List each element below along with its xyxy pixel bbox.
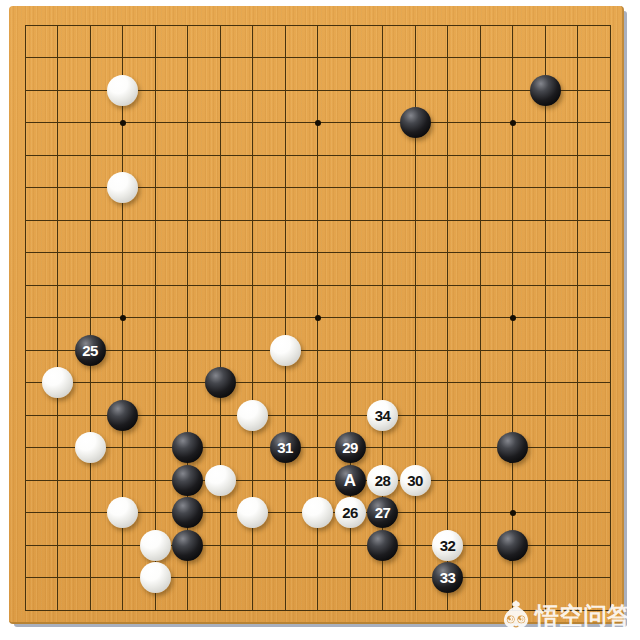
stone-black-C9: 25 [75, 335, 106, 366]
stone-white-E3 [140, 530, 171, 561]
stone-label-26: 26 [342, 505, 358, 520]
go-diagram: 悟空问答 25343129A283026273233 [0, 0, 640, 640]
stone-black-N16 [400, 107, 431, 138]
star-point-Q4 [510, 510, 516, 516]
stone-black-R17 [530, 75, 561, 106]
grid-line-vertical [545, 25, 546, 611]
grid-line-horizontal [25, 350, 611, 351]
stone-white-B8 [42, 367, 73, 398]
stone-label-29: 29 [342, 440, 358, 455]
stone-black-L6: 29 [335, 432, 366, 463]
stone-black-J6: 31 [270, 432, 301, 463]
star-point-D16 [120, 120, 126, 126]
stone-black-L5: A [335, 465, 366, 496]
stone-black-F3 [172, 530, 203, 561]
stone-black-Q3 [497, 530, 528, 561]
stone-label-34: 34 [375, 408, 391, 423]
stone-white-H4 [237, 497, 268, 528]
stone-white-G5 [205, 465, 236, 496]
stone-white-M5: 28 [367, 465, 398, 496]
wukong-monkey-icon [500, 599, 532, 633]
stone-label-28: 28 [375, 473, 391, 488]
grid-line-vertical [447, 25, 448, 611]
watermark: 悟空问答 [500, 599, 631, 633]
stone-white-M7: 34 [367, 400, 398, 431]
stone-white-C6 [75, 432, 106, 463]
grid-line-horizontal [25, 480, 611, 481]
stone-white-D17 [107, 75, 138, 106]
stone-label-25: 25 [82, 343, 98, 358]
grid-line-vertical [610, 25, 611, 611]
star-point-K16 [315, 120, 321, 126]
stone-black-F4 [172, 497, 203, 528]
stone-black-O2: 33 [432, 562, 463, 593]
stone-black-M4: 27 [367, 497, 398, 528]
stone-black-D7 [107, 400, 138, 431]
stone-label-27: 27 [375, 505, 391, 520]
stone-black-G8 [205, 367, 236, 398]
grid-line-horizontal [25, 382, 611, 383]
stone-white-L4: 26 [335, 497, 366, 528]
stone-black-Q6 [497, 432, 528, 463]
stone-white-D4 [107, 497, 138, 528]
star-point-K10 [315, 315, 321, 321]
stone-label-30: 30 [407, 473, 423, 488]
stone-white-H7 [237, 400, 268, 431]
stone-label-32: 32 [440, 538, 456, 553]
grid-line-vertical [480, 25, 481, 611]
star-point-Q16 [510, 120, 516, 126]
grid-line-horizontal [25, 577, 611, 578]
star-point-Q10 [510, 315, 516, 321]
star-point-D10 [120, 315, 126, 321]
stone-label-31: 31 [277, 440, 293, 455]
stone-white-J9 [270, 335, 301, 366]
stone-black-M3 [367, 530, 398, 561]
stone-white-D14 [107, 172, 138, 203]
stone-white-N5: 30 [400, 465, 431, 496]
stone-label-A: A [344, 472, 356, 489]
stone-black-F6 [172, 432, 203, 463]
stone-white-K4 [302, 497, 333, 528]
stone-black-F5 [172, 465, 203, 496]
grid-line-vertical [577, 25, 578, 611]
stone-white-O3: 32 [432, 530, 463, 561]
stone-white-E2 [140, 562, 171, 593]
stone-label-33: 33 [440, 570, 456, 585]
watermark-text: 悟空问答 [535, 600, 631, 632]
